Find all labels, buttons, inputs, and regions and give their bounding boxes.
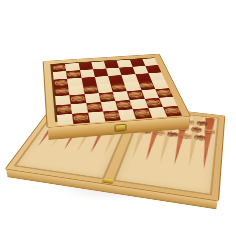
checkers-square [57, 114, 74, 125]
checkers-square: ⛂ [127, 90, 144, 100]
checker-piece-light: ⛂ [98, 91, 115, 101]
checkers-square [84, 93, 100, 103]
checkers-square [113, 91, 130, 101]
checkers-square [118, 109, 136, 120]
checker-piece-light: ⛂ [144, 97, 162, 107]
checkers-square [55, 95, 71, 105]
checkers-square [130, 99, 148, 109]
checkers-square: ⛂ [103, 110, 121, 121]
checkers-square [71, 103, 88, 114]
checkers-square: ⛂ [163, 106, 182, 117]
checkers-square: ⛂ [133, 108, 152, 119]
checkers-square [159, 97, 178, 107]
checkers-square: ⛂ [98, 92, 115, 102]
checker-piece-light: ⛂ [127, 89, 144, 99]
checkers-grid: ⛂⛂⛂⛂⛂⛂⛂⛂⛂⛂⛂⛂⛂⛂⛂⛂⛂⛂⛂ [52, 58, 178, 121]
checker-piece-light: ⛂ [86, 101, 103, 111]
stored-checker-dark: ⛂ [194, 133, 207, 141]
brass-clasp-icon [115, 125, 125, 131]
checkers-box: ⛂⛂⛂⛂⛂⛂⛂⛂⛂⛂⛂⛂⛂⛂⛂⛂⛂⛂⛂ [44, 54, 190, 127]
checker-piece-light: ⛂ [115, 99, 133, 109]
checker-piece-light: ⛂ [53, 78, 68, 87]
checker-piece-light: ⛂ [54, 86, 69, 95]
checkers-square: ⛂ [56, 104, 72, 115]
checkers-square [101, 101, 118, 111]
checkers-square [68, 86, 84, 95]
checkers-square: ⛂ [144, 98, 162, 108]
checkers-square: ⛂ [54, 87, 69, 97]
checker-piece-light: ⛂ [72, 111, 89, 122]
checkers-square: ⛂ [70, 94, 86, 104]
checker-piece-light: ⛂ [66, 69, 81, 77]
checkers-square [148, 107, 167, 118]
checkers-square: ⛂ [115, 100, 133, 110]
checker-piece-light: ⛂ [52, 63, 66, 71]
checker-piece-light: ⛂ [133, 107, 152, 118]
stored-checker-dark: ⛂ [167, 130, 180, 138]
checkers-square [88, 111, 106, 122]
product-photo-scene: ⛂⛂⛂⛂⛂⛂ ⛂⛂⛂⛂⛂⛂⛂⛂⛂⛂⛂⛂⛂⛂⛂ ⛂⛂⛂⛂⛂⛂⛂⛂⛂⛂⛂⛂⛂⛂⛂⛂⛂… [0, 0, 236, 236]
stored-checker-light: ⛂ [180, 131, 193, 139]
checkers-square: ⛂ [155, 88, 173, 98]
checker-piece-light: ⛂ [56, 103, 72, 114]
checkers-square [141, 89, 159, 99]
checker-piece-light: ⛂ [70, 93, 86, 103]
checker-piece-light: ⛂ [103, 109, 121, 120]
checker-piece-light: ⛂ [162, 105, 181, 116]
checkers-square: ⛂ [86, 102, 103, 113]
checker-piece-light: ⛂ [155, 87, 173, 97]
checkers-square: ⛂ [72, 113, 89, 124]
checkers-board: ⛂⛂⛂⛂⛂⛂⛂⛂⛂⛂⛂⛂⛂⛂⛂⛂⛂⛂⛂ [44, 54, 190, 127]
